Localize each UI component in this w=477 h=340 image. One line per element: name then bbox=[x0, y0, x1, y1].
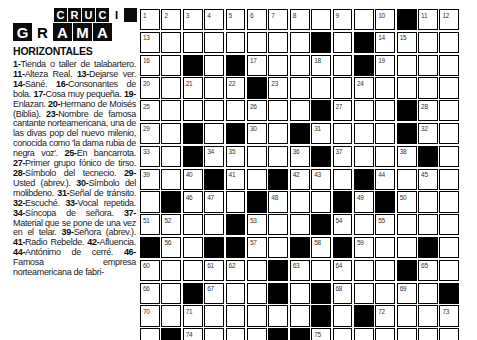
grid-cell[interactable] bbox=[418, 283, 438, 304]
grid-cell[interactable] bbox=[311, 191, 331, 212]
grid-cell[interactable]: 10 bbox=[375, 9, 395, 30]
grid-cell[interactable]: 61 bbox=[204, 260, 224, 281]
grid-cell[interactable] bbox=[247, 32, 267, 53]
grid-cell[interactable] bbox=[439, 260, 459, 281]
grid-cell[interactable] bbox=[439, 32, 459, 53]
cell-number: 43 bbox=[314, 171, 321, 178]
black-cell bbox=[397, 100, 417, 121]
cell-number: 19 bbox=[378, 57, 385, 64]
grid-cell[interactable] bbox=[397, 328, 417, 340]
black-cell bbox=[204, 169, 224, 190]
logo-tile: G bbox=[13, 23, 32, 41]
grid-cell[interactable] bbox=[375, 146, 395, 167]
clue: 25-En bancarrota. bbox=[65, 148, 136, 158]
clues-text: 1-Tienda o taller de talabartero. 11-Alt… bbox=[13, 60, 136, 278]
cell-number: 31 bbox=[314, 125, 321, 132]
clue-number: 34- bbox=[13, 208, 25, 218]
logo-tile: A bbox=[53, 23, 72, 41]
cell-number: 62 bbox=[229, 262, 236, 269]
grid-cell[interactable]: 29 bbox=[140, 123, 160, 144]
grid-cell[interactable] bbox=[247, 169, 267, 190]
cell-number: 17 bbox=[250, 57, 257, 64]
grid-cell[interactable]: 67 bbox=[204, 283, 224, 304]
grid-cell[interactable] bbox=[226, 32, 246, 53]
grid-cell[interactable] bbox=[226, 305, 246, 326]
black-cell bbox=[226, 237, 246, 258]
clue-number: 20- bbox=[48, 99, 60, 109]
cell-number: 72 bbox=[378, 308, 385, 315]
cell-number: 47 bbox=[207, 194, 214, 201]
grid-cell[interactable] bbox=[290, 305, 310, 326]
grid-cell[interactable] bbox=[247, 260, 267, 281]
clues-heading: HORIZONTALES bbox=[13, 45, 138, 57]
grid-cell[interactable] bbox=[268, 100, 288, 121]
grid-cell[interactable] bbox=[354, 123, 374, 144]
black-cell bbox=[311, 100, 331, 121]
grid-cell[interactable]: 7 bbox=[268, 9, 288, 30]
clue: 33-Vocal repetida. bbox=[65, 198, 136, 208]
grid-cell[interactable] bbox=[439, 237, 459, 258]
grid-cell[interactable] bbox=[333, 55, 353, 76]
cell-number: 63 bbox=[293, 262, 300, 269]
cell-number: 12 bbox=[442, 12, 449, 19]
grid-cell[interactable] bbox=[375, 77, 395, 98]
grid-cell[interactable]: 30 bbox=[247, 123, 267, 144]
grid-cell[interactable]: 26 bbox=[247, 100, 267, 121]
clue-number: 33- bbox=[65, 198, 77, 208]
cell-number: 23 bbox=[271, 80, 278, 87]
grid-cell[interactable]: 39 bbox=[140, 169, 160, 190]
grid-cell[interactable]: 36 bbox=[290, 146, 310, 167]
grid-cell[interactable] bbox=[439, 55, 459, 76]
black-cell bbox=[311, 32, 331, 53]
grid-cell[interactable] bbox=[161, 283, 181, 304]
grid-cell[interactable] bbox=[268, 237, 288, 258]
cell-number: 38 bbox=[400, 148, 407, 155]
clue-number: 30- bbox=[76, 178, 88, 188]
grid-cell[interactable] bbox=[333, 77, 353, 98]
grid-cell[interactable]: 43 bbox=[311, 169, 331, 190]
grid-cell[interactable] bbox=[183, 214, 203, 235]
clue-number: 25- bbox=[65, 148, 77, 158]
grid-cell[interactable]: 65 bbox=[418, 260, 438, 281]
grid-cell[interactable] bbox=[183, 100, 203, 121]
cell-number: 21 bbox=[186, 80, 193, 87]
grid-cell[interactable] bbox=[161, 100, 181, 121]
cell-number: 68 bbox=[336, 285, 343, 292]
black-cell bbox=[354, 32, 374, 53]
grid-cell[interactable] bbox=[397, 55, 417, 76]
black-cell bbox=[226, 214, 246, 235]
grid-cell[interactable]: 41 bbox=[226, 169, 246, 190]
grid-cell[interactable]: 46 bbox=[183, 191, 203, 212]
grid-cell[interactable] bbox=[161, 169, 181, 190]
grid-cell[interactable] bbox=[183, 237, 203, 258]
grid-cell[interactable] bbox=[290, 55, 310, 76]
clue-number: 41- bbox=[13, 237, 25, 247]
grid-cell[interactable]: 2 bbox=[161, 9, 181, 30]
crucigrama-logo: CRUCI GRAMA bbox=[10, 8, 138, 41]
black-cell bbox=[311, 214, 331, 235]
grid-cell[interactable] bbox=[375, 283, 395, 304]
cell-number: 74 bbox=[186, 331, 193, 338]
cell-number: 25 bbox=[143, 103, 150, 110]
grid-cell[interactable] bbox=[418, 55, 438, 76]
grid-cell[interactable] bbox=[439, 169, 459, 190]
grid-cell[interactable] bbox=[397, 214, 417, 235]
black-cell bbox=[311, 146, 331, 167]
clue-number: 28- bbox=[13, 168, 25, 178]
cell-number: 32 bbox=[421, 125, 428, 132]
grid-cell[interactable] bbox=[354, 260, 374, 281]
grid-cell[interactable]: 37 bbox=[333, 146, 353, 167]
grid-cell[interactable]: 33 bbox=[140, 146, 160, 167]
grid-cell[interactable] bbox=[290, 32, 310, 53]
grid-cell[interactable] bbox=[226, 191, 246, 212]
grid-cell[interactable]: 17 bbox=[247, 55, 267, 76]
cell-number: 52 bbox=[164, 217, 171, 224]
grid-cell[interactable] bbox=[290, 191, 310, 212]
grid-cell[interactable] bbox=[439, 77, 459, 98]
grid-cell[interactable]: 60 bbox=[140, 260, 160, 281]
grid-cell[interactable]: 57 bbox=[247, 237, 267, 258]
grid-cell[interactable] bbox=[375, 123, 395, 144]
grid-cell[interactable] bbox=[333, 305, 353, 326]
cell-number: 16 bbox=[143, 57, 150, 64]
grid-cell[interactable]: 3 bbox=[183, 9, 203, 30]
grid-cell[interactable]: 31 bbox=[311, 123, 331, 144]
cell-number: 29 bbox=[143, 125, 150, 132]
grid-cell[interactable]: 55 bbox=[375, 214, 395, 235]
cell-number: 1 bbox=[143, 12, 146, 19]
grid-cell[interactable] bbox=[418, 214, 438, 235]
cell-number: 69 bbox=[400, 285, 407, 292]
cell-number: 57 bbox=[250, 239, 257, 246]
grid-cell[interactable] bbox=[375, 260, 395, 281]
grid-cell[interactable] bbox=[439, 146, 459, 167]
cell-number: 41 bbox=[229, 171, 236, 178]
grid-cell[interactable] bbox=[268, 123, 288, 144]
cell-number: 54 bbox=[336, 217, 343, 224]
grid-cell[interactable]: 6 bbox=[247, 9, 267, 30]
grid-cell[interactable] bbox=[161, 123, 181, 144]
grid-cell[interactable] bbox=[268, 146, 288, 167]
grid-cell[interactable] bbox=[354, 146, 374, 167]
cell-number: 42 bbox=[293, 171, 300, 178]
grid-cell[interactable]: 25 bbox=[140, 100, 160, 121]
grid-cell[interactable] bbox=[161, 146, 181, 167]
grid-cell[interactable]: 66 bbox=[140, 283, 160, 304]
clue: 1-Tienda o taller de talabartero. bbox=[13, 59, 136, 69]
grid-cell[interactable]: 56 bbox=[161, 237, 181, 258]
black-cell bbox=[247, 77, 267, 98]
grid-cell[interactable]: 15 bbox=[397, 32, 417, 53]
grid-cell[interactable] bbox=[161, 260, 181, 281]
grid-cell[interactable] bbox=[204, 328, 224, 340]
grid-cell[interactable]: 74 bbox=[183, 328, 203, 340]
logo-tile: R bbox=[33, 23, 52, 41]
grid-cell[interactable] bbox=[333, 328, 353, 340]
grid-cell[interactable]: 13 bbox=[140, 32, 160, 53]
grid-cell[interactable] bbox=[354, 214, 374, 235]
logo-black-square bbox=[124, 8, 137, 22]
black-cell bbox=[290, 328, 310, 340]
grid-cell[interactable] bbox=[183, 32, 203, 53]
grid-cell[interactable] bbox=[354, 9, 374, 30]
clue-number: 23- bbox=[46, 109, 58, 119]
grid-cell[interactable] bbox=[439, 328, 459, 340]
grid-cell[interactable]: 8 bbox=[290, 9, 310, 30]
grid-cell[interactable]: 28 bbox=[418, 100, 438, 121]
black-cell bbox=[439, 283, 459, 304]
grid-cell[interactable] bbox=[183, 260, 203, 281]
cell-number: 60 bbox=[143, 262, 150, 269]
cell-number: 65 bbox=[421, 262, 428, 269]
black-cell bbox=[397, 9, 417, 30]
grid-cell[interactable] bbox=[439, 123, 459, 144]
black-cell bbox=[311, 283, 331, 304]
grid-cell[interactable]: 14 bbox=[375, 32, 395, 53]
grid-cell[interactable]: 44 bbox=[375, 169, 395, 190]
grid-cell[interactable]: 73 bbox=[439, 305, 459, 326]
grid-cell[interactable]: 35 bbox=[226, 146, 246, 167]
grid-cell[interactable]: 1 bbox=[140, 9, 160, 30]
grid-cell[interactable]: 19 bbox=[375, 55, 395, 76]
grid-cell[interactable] bbox=[397, 305, 417, 326]
grid-cell[interactable]: 47 bbox=[204, 191, 224, 212]
grid-cell[interactable] bbox=[204, 32, 224, 53]
grid-cell[interactable] bbox=[204, 100, 224, 121]
logo-line-cruci: CRUCI bbox=[54, 8, 138, 22]
clue: 11-Alteza Real. bbox=[13, 69, 77, 79]
grid-cell[interactable]: 24 bbox=[354, 77, 374, 98]
grid-cell[interactable] bbox=[290, 77, 310, 98]
black-cell bbox=[268, 260, 288, 281]
logo-tile: R bbox=[68, 8, 81, 22]
cell-number: 48 bbox=[271, 194, 278, 201]
grid-cell[interactable] bbox=[161, 305, 181, 326]
grid-cell[interactable] bbox=[161, 77, 181, 98]
grid-cell[interactable] bbox=[439, 100, 459, 121]
grid-cell[interactable]: 63 bbox=[290, 260, 310, 281]
grid-cell[interactable] bbox=[290, 100, 310, 121]
grid-cell[interactable] bbox=[226, 100, 246, 121]
grid-cell[interactable]: 51 bbox=[140, 214, 160, 235]
grid-cell[interactable] bbox=[439, 214, 459, 235]
grid-cell[interactable] bbox=[354, 100, 374, 121]
cell-number: 59 bbox=[357, 239, 364, 246]
grid-cell[interactable]: 68 bbox=[333, 283, 353, 304]
grid-cell[interactable] bbox=[161, 55, 181, 76]
logo-line-grama: GRAMA bbox=[13, 23, 138, 41]
cell-number: 2 bbox=[164, 12, 167, 19]
cell-number: 10 bbox=[378, 12, 385, 19]
grid-cell[interactable]: 4 bbox=[204, 9, 224, 30]
grid-cell[interactable]: 70 bbox=[140, 305, 160, 326]
grid-cell[interactable] bbox=[333, 169, 353, 190]
grid-cell[interactable]: 5 bbox=[226, 9, 246, 30]
grid-cell[interactable] bbox=[247, 305, 267, 326]
grid-cell[interactable]: 62 bbox=[226, 260, 246, 281]
cell-number: 55 bbox=[378, 217, 385, 224]
clue-number: 17- bbox=[33, 89, 45, 99]
black-cell bbox=[397, 123, 417, 144]
clue-number: 44- bbox=[13, 247, 25, 257]
grid-cell[interactable] bbox=[375, 328, 395, 340]
grid-cell[interactable]: 58 bbox=[311, 237, 331, 258]
clue: 17-Cosa muy pequeña. bbox=[33, 89, 123, 99]
grid-cell[interactable] bbox=[247, 328, 267, 340]
grid-cell[interactable] bbox=[204, 214, 224, 235]
grid-cell[interactable] bbox=[290, 283, 310, 304]
grid-cell[interactable]: 32 bbox=[418, 123, 438, 144]
cell-number: 18 bbox=[314, 57, 321, 64]
cell-number: 71 bbox=[186, 308, 193, 315]
grid-cell[interactable] bbox=[418, 32, 438, 53]
grid-cell[interactable] bbox=[311, 260, 331, 281]
grid-cell[interactable] bbox=[247, 283, 267, 304]
grid-cell[interactable]: 59 bbox=[354, 237, 374, 258]
grid-cell[interactable] bbox=[375, 237, 395, 258]
grid-cell[interactable] bbox=[140, 328, 160, 340]
grid-cell[interactable] bbox=[290, 214, 310, 235]
grid-cell[interactable]: 22 bbox=[226, 77, 246, 98]
grid-cell[interactable] bbox=[268, 55, 288, 76]
grid-cell[interactable]: 69 bbox=[397, 283, 417, 304]
grid-cell[interactable] bbox=[333, 32, 353, 53]
clue-number: 42- bbox=[87, 237, 99, 247]
crossword-grid: 1234567891011121314151617181920212223242… bbox=[140, 9, 459, 340]
cell-number: 6 bbox=[250, 12, 253, 19]
clue-number: 11- bbox=[13, 69, 25, 79]
grid-cell[interactable] bbox=[268, 305, 288, 326]
grid-cell[interactable] bbox=[375, 100, 395, 121]
grid-cell[interactable]: 38 bbox=[397, 146, 417, 167]
grid-cell[interactable] bbox=[204, 55, 224, 76]
clues-column: CRUCI GRAMA HORIZONTALES 1-Tienda o tall… bbox=[10, 8, 138, 278]
grid-cell[interactable]: 45 bbox=[418, 169, 438, 190]
cell-number: 24 bbox=[357, 80, 364, 87]
grid-cell[interactable] bbox=[439, 191, 459, 212]
grid-cell[interactable] bbox=[311, 77, 331, 98]
clue-number: 1- bbox=[13, 59, 20, 69]
grid-cell[interactable] bbox=[397, 169, 417, 190]
cell-number: 45 bbox=[421, 171, 428, 178]
grid-cell[interactable] bbox=[268, 214, 288, 235]
grid-cell[interactable]: 53 bbox=[247, 214, 267, 235]
grid-cell[interactable]: 21 bbox=[183, 77, 203, 98]
grid-cell[interactable] bbox=[333, 123, 353, 144]
cell-number: 50 bbox=[400, 194, 407, 201]
grid-cell[interactable]: 71 bbox=[183, 305, 203, 326]
grid-cell[interactable] bbox=[247, 146, 267, 167]
clue-number: 19- bbox=[124, 89, 136, 99]
grid-cell[interactable] bbox=[354, 328, 374, 340]
grid-cell[interactable]: 9 bbox=[333, 9, 353, 30]
grid-cell[interactable]: 49 bbox=[354, 191, 374, 212]
grid-cell[interactable]: 16 bbox=[140, 55, 160, 76]
grid-cell[interactable]: 12 bbox=[439, 9, 459, 30]
black-cell bbox=[354, 55, 374, 76]
grid-cell[interactable] bbox=[226, 328, 246, 340]
grid-cell[interactable] bbox=[418, 328, 438, 340]
logo-tile: I bbox=[110, 8, 123, 22]
grid-cell[interactable] bbox=[268, 32, 288, 53]
grid-cell[interactable]: 27 bbox=[333, 100, 353, 121]
grid-cell[interactable]: 11 bbox=[418, 9, 438, 30]
grid-cell[interactable] bbox=[226, 283, 246, 304]
clue: 14-Sané. bbox=[13, 79, 56, 89]
cell-number: 11 bbox=[421, 12, 427, 19]
logo-tile: M bbox=[73, 23, 92, 41]
clue: 13-Dejarse ver. bbox=[77, 69, 136, 79]
cell-number: 26 bbox=[250, 103, 257, 110]
grid-cell[interactable]: 18 bbox=[311, 55, 331, 76]
cell-number: 27 bbox=[336, 103, 343, 110]
grid-cell[interactable] bbox=[354, 283, 374, 304]
grid-cell[interactable] bbox=[397, 77, 417, 98]
cell-number: 51 bbox=[143, 217, 150, 224]
grid-cell[interactable] bbox=[311, 9, 331, 30]
grid-cell[interactable]: 52 bbox=[161, 214, 181, 235]
grid-cell[interactable] bbox=[161, 32, 181, 53]
grid-cell[interactable]: 75 bbox=[311, 328, 331, 340]
black-cell bbox=[183, 283, 203, 304]
grid-cell[interactable] bbox=[204, 123, 224, 144]
cell-number: 64 bbox=[336, 262, 343, 269]
cell-number: 7 bbox=[271, 12, 274, 19]
cell-number: 37 bbox=[336, 148, 343, 155]
grid-cell[interactable]: 72 bbox=[375, 305, 395, 326]
black-cell bbox=[247, 191, 267, 212]
grid-cell[interactable]: 23 bbox=[268, 77, 288, 98]
black-cell bbox=[418, 146, 438, 167]
cell-number: 36 bbox=[293, 148, 300, 155]
black-cell bbox=[183, 123, 203, 144]
cell-number: 20 bbox=[143, 80, 150, 87]
logo-tile: U bbox=[82, 8, 95, 22]
grid-cell[interactable] bbox=[140, 191, 160, 212]
black-cell bbox=[161, 191, 181, 212]
cell-number: 8 bbox=[293, 12, 296, 19]
grid-cell[interactable] bbox=[204, 305, 224, 326]
grid-cell[interactable] bbox=[418, 305, 438, 326]
grid-cell[interactable]: 40 bbox=[183, 169, 203, 190]
black-cell bbox=[183, 146, 203, 167]
cell-number: 39 bbox=[143, 171, 150, 178]
logo-tile: C bbox=[96, 8, 109, 22]
black-cell bbox=[290, 123, 310, 144]
grid-cell[interactable]: 34 bbox=[204, 146, 224, 167]
cell-number: 13 bbox=[143, 34, 150, 41]
grid-cell[interactable] bbox=[397, 237, 417, 258]
grid-cell[interactable]: 48 bbox=[268, 191, 288, 212]
grid-cell[interactable]: 64 bbox=[333, 260, 353, 281]
black-cell bbox=[140, 237, 160, 258]
grid-cell[interactable] bbox=[418, 77, 438, 98]
grid-cell[interactable]: 50 bbox=[397, 191, 417, 212]
cell-number: 33 bbox=[143, 148, 150, 155]
black-cell bbox=[268, 169, 288, 190]
grid-cell[interactable]: 42 bbox=[290, 169, 310, 190]
grid-cell[interactable]: 54 bbox=[333, 214, 353, 235]
clue: 34-Síncopa de señora. bbox=[13, 208, 124, 218]
grid-cell[interactable]: 20 bbox=[140, 77, 160, 98]
cell-number: 53 bbox=[250, 217, 257, 224]
black-cell bbox=[161, 328, 181, 340]
grid-cell[interactable] bbox=[204, 77, 224, 98]
grid-cell[interactable] bbox=[418, 191, 438, 212]
